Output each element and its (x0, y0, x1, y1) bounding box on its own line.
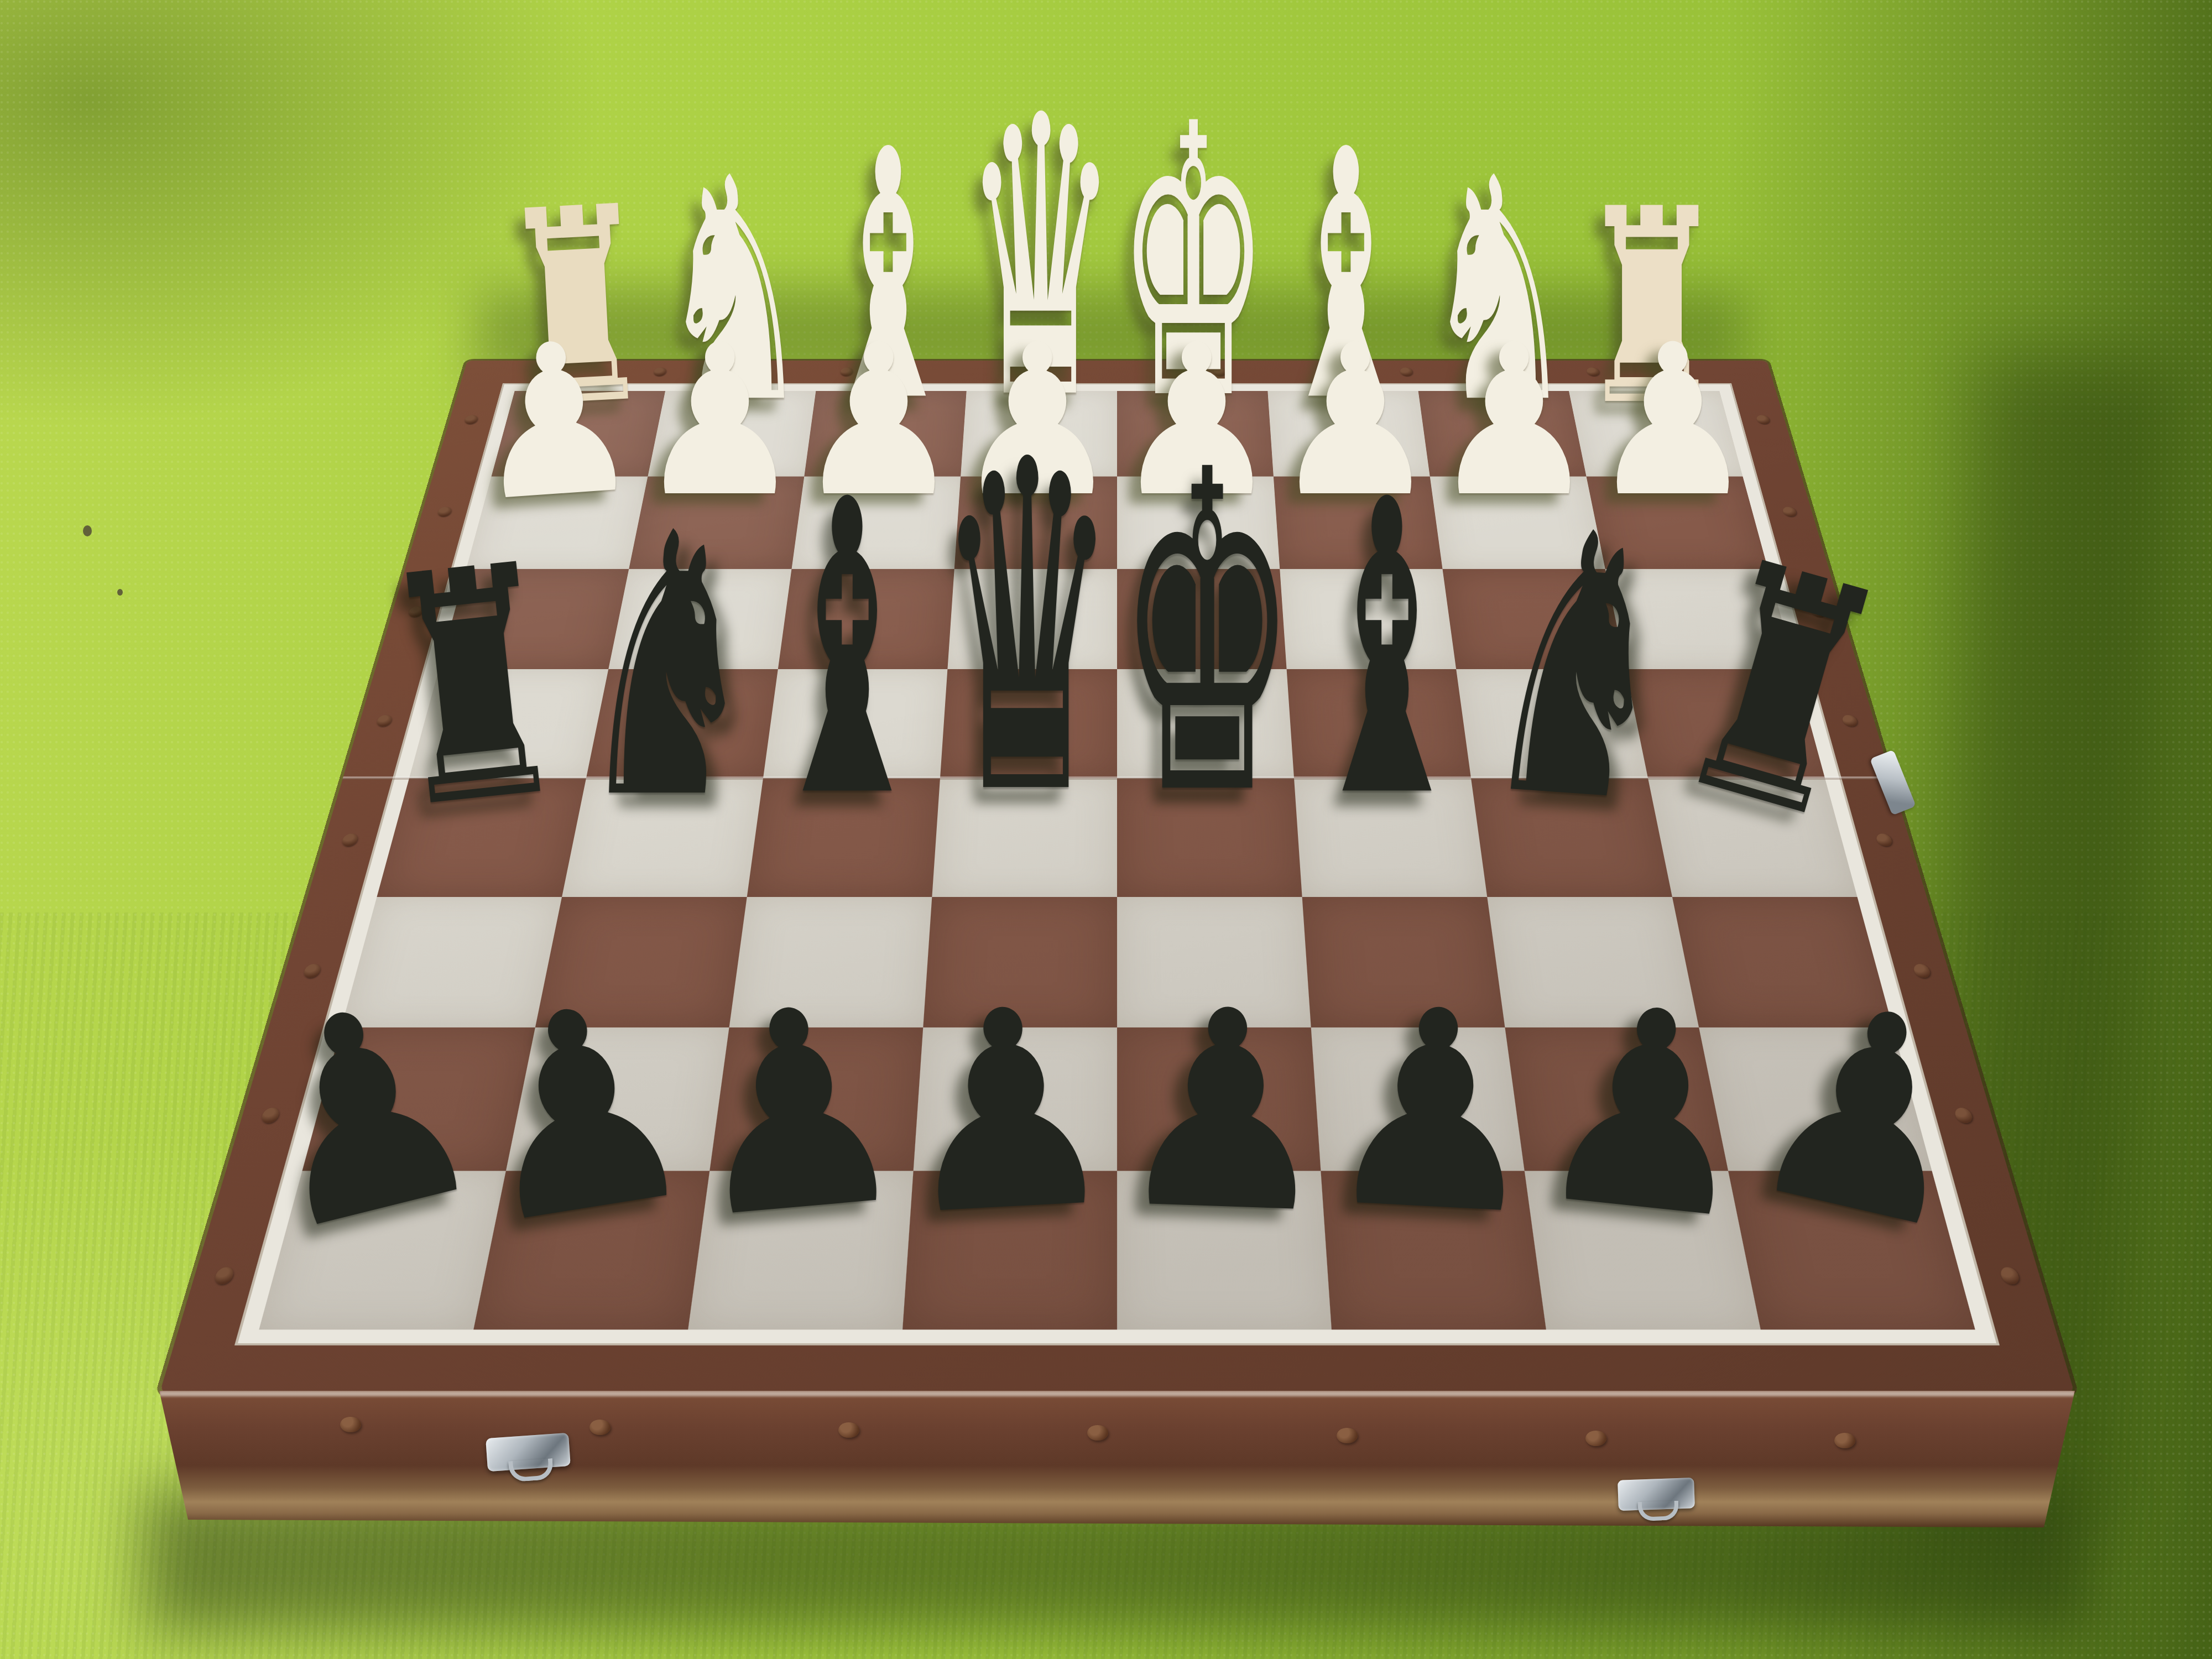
black-knight[interactable]: ♞ (1474, 481, 1681, 855)
front-stud-icon (1585, 1431, 1606, 1446)
frame-stud-icon (341, 833, 359, 846)
frame-stud-icon (213, 1267, 235, 1284)
black-king[interactable]: ♚ (1118, 414, 1297, 855)
black-bishop[interactable]: ♝ (762, 448, 932, 853)
black-bishop[interactable]: ♝ (1302, 448, 1472, 853)
frame-stud-icon (1875, 833, 1893, 846)
front-stud-icon (589, 1420, 611, 1435)
black-pawn[interactable]: ♟ (675, 966, 917, 1258)
black-pawn[interactable]: ♟ (1110, 971, 1339, 1252)
front-stud-icon (1337, 1428, 1358, 1443)
black-pawn[interactable]: ♟ (891, 969, 1124, 1254)
black-knight[interactable]: ♞ (576, 487, 758, 849)
front-stud-icon (340, 1417, 361, 1432)
front-stud-icon (1087, 1425, 1108, 1441)
front-stud-icon (838, 1422, 859, 1438)
black-rook[interactable]: ♜ (371, 521, 578, 854)
black-queen[interactable]: ♛ (936, 401, 1118, 857)
black-pawn[interactable]: ♟ (451, 961, 711, 1265)
front-latch-right-icon[interactable] (1618, 1478, 1695, 1511)
frame-stud-icon (1999, 1267, 2021, 1284)
frame-stud-icon (1756, 415, 1771, 424)
black-pawn[interactable]: ♟ (1318, 969, 1551, 1254)
front-latch-left-icon[interactable] (486, 1433, 571, 1472)
